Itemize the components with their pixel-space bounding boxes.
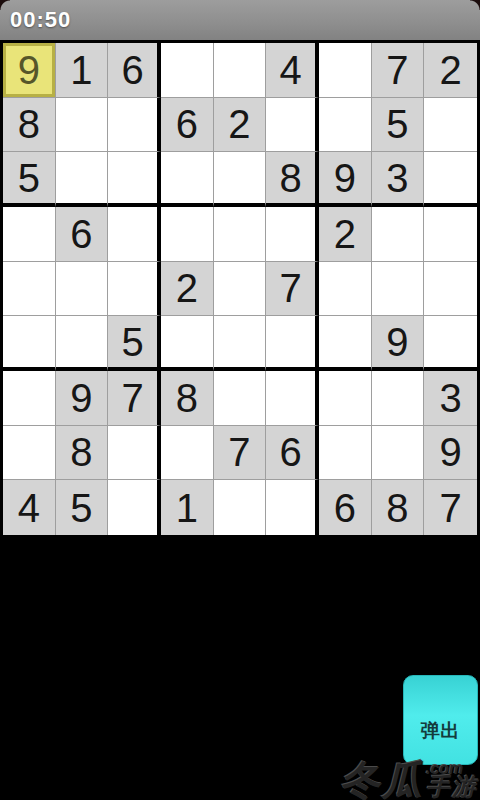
cell-r4c5[interactable] xyxy=(214,207,267,262)
cell-r6c4[interactable] xyxy=(161,316,214,371)
cell-r5c5[interactable] xyxy=(214,262,267,317)
cell-r6c9[interactable] xyxy=(424,316,477,371)
cell-r7c5[interactable] xyxy=(214,371,267,426)
cell-r4c7[interactable]: 2 xyxy=(319,207,372,262)
cell-r7c7[interactable] xyxy=(319,371,372,426)
cell-r8c7[interactable] xyxy=(319,426,372,481)
cell-r5c6[interactable]: 7 xyxy=(266,262,319,317)
cell-r5c3[interactable] xyxy=(108,262,161,317)
cell-r6c2[interactable] xyxy=(56,316,109,371)
cell-r4c1[interactable] xyxy=(3,207,56,262)
cell-r3c5[interactable] xyxy=(214,152,267,207)
cell-r2c4[interactable]: 6 xyxy=(161,98,214,153)
cell-r8c6[interactable]: 6 xyxy=(266,426,319,481)
cell-r2c3[interactable] xyxy=(108,98,161,153)
cell-r9c7[interactable]: 6 xyxy=(319,480,372,535)
cell-r7c6[interactable] xyxy=(266,371,319,426)
status-bar: 00:50 xyxy=(0,0,480,40)
app-screen: 00:50 9164728625589362275997838769451687… xyxy=(0,0,480,800)
cell-r4c9[interactable] xyxy=(424,207,477,262)
cell-r1c5[interactable] xyxy=(214,43,267,98)
cell-r1c9[interactable]: 2 xyxy=(424,43,477,98)
cell-r2c6[interactable] xyxy=(266,98,319,153)
cell-r7c1[interactable] xyxy=(3,371,56,426)
cell-r1c8[interactable]: 7 xyxy=(372,43,425,98)
cell-r2c9[interactable] xyxy=(424,98,477,153)
cell-r5c1[interactable] xyxy=(3,262,56,317)
cell-r5c7[interactable] xyxy=(319,262,372,317)
cell-r3c4[interactable] xyxy=(161,152,214,207)
cell-r8c4[interactable] xyxy=(161,426,214,481)
timer: 00:50 xyxy=(0,7,71,33)
cell-r7c9[interactable]: 3 xyxy=(424,371,477,426)
cell-r5c8[interactable] xyxy=(372,262,425,317)
cell-r3c7[interactable]: 9 xyxy=(319,152,372,207)
cell-r2c8[interactable]: 5 xyxy=(372,98,425,153)
cell-r8c5[interactable]: 7 xyxy=(214,426,267,481)
watermark-text-1: 冬瓜 xyxy=(340,762,424,798)
cell-r4c8[interactable] xyxy=(372,207,425,262)
cell-r9c3[interactable] xyxy=(108,480,161,535)
cell-r4c2[interactable]: 6 xyxy=(56,207,109,262)
cell-r9c1[interactable]: 4 xyxy=(3,480,56,535)
screen-corner-left xyxy=(0,0,10,10)
cell-r3c1[interactable]: 5 xyxy=(3,152,56,207)
cell-r6c8[interactable]: 9 xyxy=(372,316,425,371)
cell-r1c4[interactable] xyxy=(161,43,214,98)
cell-r5c4[interactable]: 2 xyxy=(161,262,214,317)
cell-r1c3[interactable]: 6 xyxy=(108,43,161,98)
cell-r1c6[interactable]: 4 xyxy=(266,43,319,98)
screen-corner-right xyxy=(470,0,480,10)
sudoku-board: 9164728625589362275997838769451687 xyxy=(0,40,480,540)
cell-r2c5[interactable]: 2 xyxy=(214,98,267,153)
cell-r8c1[interactable] xyxy=(3,426,56,481)
cell-r7c4[interactable]: 8 xyxy=(161,371,214,426)
cell-r5c2[interactable] xyxy=(56,262,109,317)
cell-r2c7[interactable] xyxy=(319,98,372,153)
watermark-text-3: 手游 xyxy=(426,776,478,798)
cell-r3c6[interactable]: 8 xyxy=(266,152,319,207)
cell-r3c3[interactable] xyxy=(108,152,161,207)
cell-r1c7[interactable] xyxy=(319,43,372,98)
cell-r6c1[interactable] xyxy=(3,316,56,371)
cell-r4c3[interactable] xyxy=(108,207,161,262)
cell-r9c6[interactable] xyxy=(266,480,319,535)
cell-r9c2[interactable]: 5 xyxy=(56,480,109,535)
cell-r2c2[interactable] xyxy=(56,98,109,153)
cell-r8c3[interactable] xyxy=(108,426,161,481)
cell-r8c9[interactable]: 9 xyxy=(424,426,477,481)
cell-r7c8[interactable] xyxy=(372,371,425,426)
cell-r7c3[interactable]: 7 xyxy=(108,371,161,426)
cell-r1c1[interactable]: 9 xyxy=(3,43,56,98)
cell-r8c2[interactable]: 8 xyxy=(56,426,109,481)
cell-r3c2[interactable] xyxy=(56,152,109,207)
watermark-logo: 冬瓜 .com 手游 xyxy=(340,762,478,798)
cell-r9c8[interactable]: 8 xyxy=(372,480,425,535)
cell-r9c9[interactable]: 7 xyxy=(424,480,477,535)
cell-r6c5[interactable] xyxy=(214,316,267,371)
popout-button[interactable]: 弹出 xyxy=(403,675,478,765)
cell-r2c1[interactable]: 8 xyxy=(3,98,56,153)
cell-r6c7[interactable] xyxy=(319,316,372,371)
cell-r9c5[interactable] xyxy=(214,480,267,535)
cell-r6c3[interactable]: 5 xyxy=(108,316,161,371)
cell-r7c2[interactable]: 9 xyxy=(56,371,109,426)
cell-r3c8[interactable]: 3 xyxy=(372,152,425,207)
cell-r6c6[interactable] xyxy=(266,316,319,371)
popout-button-label: 弹出 xyxy=(421,718,461,744)
cell-r8c8[interactable] xyxy=(372,426,425,481)
cell-r5c9[interactable] xyxy=(424,262,477,317)
cell-r1c2[interactable]: 1 xyxy=(56,43,109,98)
cell-r4c4[interactable] xyxy=(161,207,214,262)
cell-r4c6[interactable] xyxy=(266,207,319,262)
cell-r3c9[interactable] xyxy=(424,152,477,207)
cell-r9c4[interactable]: 1 xyxy=(161,480,214,535)
